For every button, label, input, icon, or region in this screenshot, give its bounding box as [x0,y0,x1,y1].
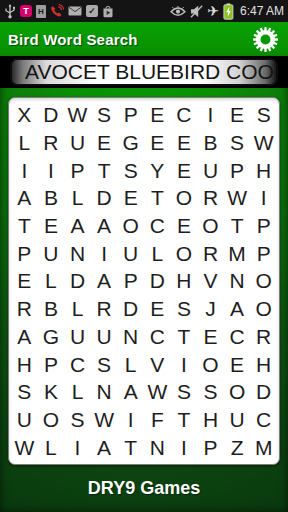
grid-cell[interactable]: E [91,129,118,157]
grid-cell[interactable]: N [144,433,171,461]
grid-cell[interactable]: M [250,433,277,461]
grid-cell[interactable]: I [38,156,65,184]
grid-cell[interactable]: P [250,212,277,240]
grid-cell[interactable]: N [117,323,144,351]
grid-cell[interactable]: T [171,323,198,351]
grid-cell[interactable]: W [250,129,277,157]
grid-cell[interactable]: W [144,378,171,406]
brand-label: DRY9 Games [88,478,200,499]
grid-cell[interactable]: E [144,295,171,323]
wifi-calling-icon [50,3,64,19]
word-list-text: AVOCET BLUEBIRD COO [12,60,276,84]
grid-cell[interactable]: U [224,406,251,434]
grid-cell[interactable]: I [91,239,118,267]
grid-cell[interactable]: L [64,184,91,212]
grid-cell[interactable]: A [11,323,38,351]
grid-cell[interactable]: E [197,323,224,351]
grid-cell[interactable]: I [171,350,198,378]
word-list-marquee[interactable]: AVOCET BLUEBIRD COO [10,58,278,86]
page-title: Bird Word Search [8,31,253,48]
grid-cell[interactable]: L [11,129,38,157]
grid-cell[interactable]: U [11,406,38,434]
grid-cell[interactable]: O [250,295,277,323]
grid-cell[interactable]: H [197,406,224,434]
grid-cell[interactable]: S [197,378,224,406]
grid-cell[interactable]: H [250,350,277,378]
carrier-badge-icon: T [20,5,32,17]
grid-cell[interactable]: I [11,156,38,184]
grid-cell[interactable]: P [11,239,38,267]
grid-cell[interactable]: I [64,433,91,461]
play-store-icon [102,3,114,19]
grid-cell[interactable]: N [91,378,118,406]
grid-cell[interactable]: D [117,295,144,323]
grid-cell[interactable]: S [11,378,38,406]
grid-cell[interactable]: D [250,378,277,406]
grid-cell[interactable]: U [197,156,224,184]
grid-cell[interactable]: H [250,156,277,184]
grid-cell[interactable]: P [38,350,65,378]
grid-cell[interactable]: C [224,323,251,351]
grid-cell[interactable]: S [250,101,277,129]
grid-cell[interactable]: R [11,295,38,323]
grid-cell[interactable]: O [117,212,144,240]
grid-cell[interactable]: P [117,267,144,295]
grid-cell[interactable]: S [224,129,251,157]
grid-cell[interactable]: N [224,267,251,295]
grid-cell[interactable]: U [64,323,91,351]
grid-cell[interactable]: L [64,295,91,323]
grid-cell[interactable]: L [117,350,144,378]
grid-cell[interactable]: S [171,295,198,323]
grid-cell[interactable]: W [224,184,251,212]
grid-cell[interactable]: T [144,184,171,212]
grid-cell[interactable]: S [171,378,198,406]
grid-cell[interactable]: R [38,129,65,157]
grid-cell[interactable]: I [250,184,277,212]
grid-cell[interactable]: C [171,101,198,129]
grid-cell[interactable]: V [197,267,224,295]
grid-cell[interactable]: A [64,212,91,240]
settings-gear-icon[interactable] [253,27,278,52]
grid-cell[interactable]: E [144,129,171,157]
grid-cell[interactable]: A [91,212,118,240]
grid-cell[interactable]: A [224,295,251,323]
grid-cell[interactable]: R [250,323,277,351]
puzzle-board: XDWSPECIESLRUEGEEBSWIIPTSYEUPHABLDETORWI… [8,97,280,465]
grid-cell[interactable]: O [224,378,251,406]
grid-cell[interactable]: E [224,350,251,378]
grid-cell[interactable]: E [224,101,251,129]
grid-cell[interactable]: I [197,101,224,129]
letter-grid: XDWSPECIESLRUEGEEBSWIIPTSYEUPHABLDETORWI… [11,101,277,461]
grid-cell[interactable]: D [64,267,91,295]
grid-cell[interactable]: N [64,239,91,267]
email-icon [68,3,82,19]
grid-cell[interactable]: U [64,129,91,157]
grid-cell[interactable]: F [144,406,171,434]
grid-cell[interactable]: O [250,267,277,295]
grid-cell[interactable]: W [91,406,118,434]
grid-cell[interactable]: A [11,184,38,212]
grid-cell[interactable]: P [64,156,91,184]
word-list-banner: AVOCET BLUEBIRD COO [0,56,288,88]
status-bar: T H ✓ [0,0,288,22]
phone-screen: T H ✓ [0,0,288,512]
grid-cell[interactable]: P [117,101,144,129]
grid-cell[interactable]: E [171,129,198,157]
grid-cell[interactable]: S [64,406,91,434]
task-checkbox-icon: ✓ [86,5,98,17]
grid-cell[interactable]: T [171,406,198,434]
grid-cell[interactable]: P [250,239,277,267]
grid-cell[interactable]: C [144,212,171,240]
grid-cell[interactable]: T [224,212,251,240]
grid-cell[interactable]: Y [144,156,171,184]
grid-cell[interactable]: D [38,101,65,129]
usb-icon [4,3,16,19]
grid-cell[interactable]: S [117,156,144,184]
grid-cell[interactable]: U [91,323,118,351]
grid-cell[interactable]: W [64,101,91,129]
grid-cell[interactable]: R [197,184,224,212]
grid-cell[interactable]: O [197,212,224,240]
grid-cell[interactable]: H [171,267,198,295]
grid-cell[interactable]: R [91,295,118,323]
grid-cell[interactable]: Z [224,433,251,461]
grid-cell[interactable]: G [117,129,144,157]
footer: DRY9 Games [0,465,288,512]
grid-cell[interactable]: U [38,239,65,267]
grid-cell[interactable]: W [11,433,38,461]
grid-cell[interactable]: C [250,406,277,434]
grid-cell[interactable]: B [38,184,65,212]
grid-cell[interactable]: J [197,295,224,323]
grid-cell[interactable]: E [171,156,198,184]
grid-cell[interactable]: P [197,433,224,461]
grid-cell[interactable]: E [38,212,65,240]
grid-cell[interactable]: I [171,433,198,461]
grid-cell[interactable]: C [144,323,171,351]
grid-cell[interactable]: L [144,239,171,267]
grid-cell[interactable]: L [38,267,65,295]
grid-cell[interactable]: X [11,101,38,129]
airplane-mode-icon: ✈ [207,3,219,19]
grid-cell[interactable]: O [197,350,224,378]
grid-cell[interactable]: O [171,239,198,267]
mute-icon [190,3,203,19]
grid-cell[interactable]: D [91,184,118,212]
grid-cell[interactable]: L [64,378,91,406]
grid-cell[interactable]: O [38,406,65,434]
grid-cell[interactable]: B [38,295,65,323]
grid-cell[interactable]: P [224,156,251,184]
grid-cell[interactable]: E [171,212,198,240]
grid-cell[interactable]: L [38,433,65,461]
grid-cell[interactable]: A [91,267,118,295]
app-bar: Bird Word Search [0,22,288,56]
grid-cell[interactable]: I [117,406,144,434]
grid-cell[interactable]: V [144,350,171,378]
grid-cell[interactable]: A [91,433,118,461]
eye-icon [170,3,186,19]
grid-cell[interactable]: U [117,239,144,267]
grid-cell[interactable]: E [11,267,38,295]
grid-cell[interactable]: R [197,239,224,267]
status-time: 6:47 AM [240,4,284,18]
grid-cell[interactable]: G [38,323,65,351]
grid-cell[interactable]: T [117,433,144,461]
grid-cell[interactable]: A [117,378,144,406]
battery-charging-icon [223,3,234,19]
grid-cell[interactable]: B [197,129,224,157]
grid-cell[interactable]: M [224,239,251,267]
grid-cell[interactable]: K [38,378,65,406]
grid-cell[interactable]: E [117,184,144,212]
grid-cell[interactable]: H [11,350,38,378]
grid-cell[interactable]: T [11,212,38,240]
grid-cell[interactable]: E [144,101,171,129]
grid-cell[interactable]: S [91,350,118,378]
grid-cell[interactable]: O [171,184,198,212]
grid-cell[interactable]: S [91,101,118,129]
sim-card-icon: H [36,5,46,18]
grid-cell[interactable]: C [64,350,91,378]
grid-cell[interactable]: T [91,156,118,184]
grid-cell[interactable]: D [144,267,171,295]
